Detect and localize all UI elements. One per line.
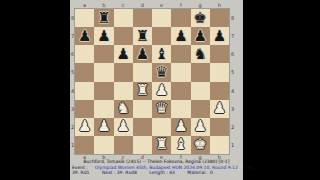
square-b8[interactable]: ♜ bbox=[94, 9, 113, 27]
square-e6[interactable]: ♝ bbox=[152, 45, 171, 63]
coord-label-6: 6 bbox=[230, 45, 235, 63]
square-h3[interactable]: ♟ bbox=[210, 100, 229, 118]
square-g4[interactable] bbox=[191, 82, 210, 100]
coord-label-7: 7 bbox=[230, 27, 235, 45]
square-e2[interactable] bbox=[152, 118, 171, 136]
square-h1[interactable] bbox=[210, 136, 229, 154]
square-f8[interactable] bbox=[171, 9, 190, 27]
square-a8[interactable] bbox=[75, 9, 94, 27]
square-f5[interactable] bbox=[171, 63, 190, 81]
black-queen: ♛ bbox=[155, 65, 168, 80]
square-c7[interactable] bbox=[114, 27, 133, 45]
white-rook: ♜ bbox=[136, 83, 149, 98]
white-rook: ♜ bbox=[155, 137, 168, 152]
coord-label-4: 4 bbox=[230, 82, 235, 100]
event-link[interactable]: Olympiad Women 45th, Budapest HUN 2024.0… bbox=[95, 165, 238, 170]
square-a2[interactable]: ♟ bbox=[75, 118, 94, 136]
white-bishop: ♝ bbox=[174, 137, 187, 152]
square-d8[interactable] bbox=[133, 9, 152, 27]
square-b6[interactable] bbox=[94, 45, 113, 63]
coord-label-a: a bbox=[75, 2, 94, 8]
square-e1[interactable]: ♜ bbox=[152, 136, 171, 154]
square-e7[interactable] bbox=[152, 27, 171, 45]
square-e8[interactable] bbox=[152, 9, 171, 27]
square-g3[interactable] bbox=[191, 100, 210, 118]
black-king: ♚ bbox=[193, 11, 206, 26]
coord-label-3: 3 bbox=[230, 100, 235, 118]
square-h8[interactable] bbox=[210, 9, 229, 27]
white-pawn: ♟ bbox=[174, 119, 187, 134]
black-pawn: ♟ bbox=[174, 29, 187, 44]
coord-label-2: 2 bbox=[230, 118, 235, 136]
black-pawn: ♟ bbox=[97, 29, 110, 44]
coord-label-d: d bbox=[133, 2, 152, 8]
status-line: 39. Rd1 Next : 39. Rxd8 Length : 43 Mate… bbox=[72, 170, 224, 175]
white-pawn: ♟ bbox=[155, 83, 168, 98]
square-h6[interactable] bbox=[210, 45, 229, 63]
square-d7[interactable]: ♜ bbox=[133, 27, 152, 45]
square-c4[interactable] bbox=[114, 82, 133, 100]
square-b2[interactable]: ♟ bbox=[94, 118, 113, 136]
square-f1[interactable]: ♝ bbox=[171, 136, 190, 154]
square-d5[interactable] bbox=[133, 63, 152, 81]
square-e5[interactable]: ♛ bbox=[152, 63, 171, 81]
black-pawn: ♟ bbox=[116, 47, 129, 62]
square-b5[interactable] bbox=[94, 63, 113, 81]
square-h2[interactable] bbox=[210, 118, 229, 136]
square-g6[interactable]: ♞ bbox=[191, 45, 210, 63]
white-king: ♚ bbox=[193, 137, 206, 152]
square-c2[interactable]: ♟ bbox=[114, 118, 133, 136]
square-a7[interactable]: ♟ bbox=[75, 27, 94, 45]
white-pawn: ♟ bbox=[213, 101, 226, 116]
chess-viewer-panel: abcdefgh 87654321 87654321 ♜♚♟♟♜♟♟♟♟♟♝♞♛… bbox=[70, 0, 243, 180]
coord-label-8: 8 bbox=[230, 9, 235, 27]
square-b3[interactable] bbox=[94, 100, 113, 118]
current-move: 39. Rd1 bbox=[72, 170, 89, 175]
black-bishop: ♝ bbox=[155, 47, 168, 62]
square-d2[interactable] bbox=[133, 118, 152, 136]
square-f6[interactable] bbox=[171, 45, 190, 63]
black-rook: ♜ bbox=[97, 11, 110, 26]
square-h7[interactable]: ♟ bbox=[210, 27, 229, 45]
square-a6[interactable] bbox=[75, 45, 94, 63]
event-line: Event : Olympiad Women 45th, Budapest HU… bbox=[72, 165, 254, 170]
square-a5[interactable] bbox=[75, 63, 94, 81]
square-c6[interactable]: ♟ bbox=[114, 45, 133, 63]
square-f2[interactable]: ♟ bbox=[171, 118, 190, 136]
white-knight: ♞ bbox=[116, 101, 129, 116]
next-move: Next : 39. Rxd8 bbox=[102, 170, 137, 175]
square-c1[interactable] bbox=[114, 136, 133, 154]
white-pawn: ♟ bbox=[116, 119, 129, 134]
square-g1[interactable]: ♚ bbox=[191, 136, 210, 154]
players-result-line: Buchford, Tomasik (2415) -- Thelen Fokov… bbox=[70, 159, 243, 164]
board: ♜♚♟♟♜♟♟♟♟♟♝♞♛♜♟♞♛♟♟♟♟♟♟♜♝♚ bbox=[75, 9, 229, 154]
black-knight: ♞ bbox=[193, 47, 206, 62]
white-pawn: ♟ bbox=[193, 119, 206, 134]
square-f7[interactable]: ♟ bbox=[171, 27, 190, 45]
black-pawn: ♟ bbox=[193, 29, 206, 44]
black-rook: ♜ bbox=[136, 29, 149, 44]
coord-label-5: 5 bbox=[230, 63, 235, 81]
square-h4[interactable] bbox=[210, 82, 229, 100]
coord-label-g: g bbox=[191, 2, 210, 8]
rank-labels-right: 87654321 bbox=[230, 9, 235, 154]
event-label: Event : bbox=[72, 165, 88, 170]
game-length: Length : 43 bbox=[149, 170, 175, 175]
square-h5[interactable] bbox=[210, 63, 229, 81]
white-queen: ♛ bbox=[155, 101, 168, 116]
square-c3[interactable]: ♞ bbox=[114, 100, 133, 118]
square-a3[interactable] bbox=[75, 100, 94, 118]
coord-label-f: f bbox=[171, 2, 190, 8]
square-c5[interactable] bbox=[114, 63, 133, 81]
square-e4[interactable]: ♟ bbox=[152, 82, 171, 100]
square-b1[interactable] bbox=[94, 136, 113, 154]
material-balance: Material : 0 bbox=[187, 170, 213, 175]
square-b4[interactable] bbox=[94, 82, 113, 100]
video-frame: abcdefgh 87654321 87654321 ♜♚♟♟♜♟♟♟♟♟♝♞♛… bbox=[0, 0, 320, 180]
coord-label-b: b bbox=[94, 2, 113, 8]
coord-label-h: h bbox=[210, 2, 229, 8]
square-f4[interactable] bbox=[171, 82, 190, 100]
coord-label-e: e bbox=[152, 2, 171, 8]
square-g8[interactable]: ♚ bbox=[191, 9, 210, 27]
square-a4[interactable] bbox=[75, 82, 94, 100]
black-pawn: ♟ bbox=[136, 47, 149, 62]
square-d3[interactable] bbox=[133, 100, 152, 118]
square-d1[interactable] bbox=[133, 136, 152, 154]
square-d4[interactable]: ♜ bbox=[133, 82, 152, 100]
square-b7[interactable]: ♟ bbox=[94, 27, 113, 45]
black-pawn: ♟ bbox=[78, 29, 91, 44]
square-e3[interactable]: ♛ bbox=[152, 100, 171, 118]
square-g2[interactable]: ♟ bbox=[191, 118, 210, 136]
white-pawn: ♟ bbox=[97, 119, 110, 134]
white-pawn: ♟ bbox=[78, 119, 91, 134]
square-a1[interactable] bbox=[75, 136, 94, 154]
square-f3[interactable] bbox=[171, 100, 190, 118]
file-labels-top: abcdefgh bbox=[75, 2, 229, 8]
square-d6[interactable]: ♟ bbox=[133, 45, 152, 63]
square-c8[interactable] bbox=[114, 9, 133, 27]
square-g7[interactable]: ♟ bbox=[191, 27, 210, 45]
eco-code: C65 bbox=[245, 165, 254, 170]
square-g5[interactable] bbox=[191, 63, 210, 81]
black-pawn: ♟ bbox=[213, 29, 226, 44]
coord-label-c: c bbox=[114, 2, 133, 8]
coord-label-1: 1 bbox=[230, 136, 235, 154]
